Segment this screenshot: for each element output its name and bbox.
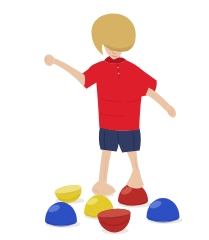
- right-foot: [126, 169, 143, 188]
- boy-right-foot: [125, 169, 143, 188]
- stone-body: [45, 202, 77, 226]
- photo-illustration: [0, 0, 209, 240]
- boy-upper-body: [44, 13, 176, 152]
- stepping-stone-blue-right: [147, 198, 180, 222]
- right-leg: [127, 151, 140, 172]
- stepping-stone-blue-front-left: [45, 202, 77, 226]
- raised-arm: [53, 58, 85, 87]
- left-leg: [99, 149, 112, 183]
- polo-button-top: [117, 67, 118, 68]
- stone-body: [147, 198, 180, 222]
- lowered-arm: [146, 87, 170, 110]
- polo-button-bottom: [118, 73, 119, 74]
- product-photo: [0, 0, 209, 240]
- left-foot: [92, 181, 116, 196]
- polo-shirt: [79, 60, 157, 131]
